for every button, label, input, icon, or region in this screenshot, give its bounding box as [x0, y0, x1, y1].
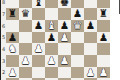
square-a4[interactable]: ♞	[6, 43, 19, 55]
square-c6[interactable]: ♟	[32, 20, 45, 32]
square-a3[interactable]	[6, 55, 19, 67]
black-pawn: ♟	[34, 20, 43, 32]
white-pawn: ♟	[21, 55, 30, 67]
black-king: ♚	[60, 0, 69, 8]
square-h6[interactable]	[97, 20, 110, 32]
square-b2[interactable]	[19, 67, 32, 79]
square-h2[interactable]: ♟	[97, 67, 110, 79]
square-c4[interactable]: ♟	[32, 43, 45, 55]
right-edge-line	[119, 0, 120, 14]
board-left-border	[0, 0, 1, 80]
white-knight: ♞	[8, 43, 17, 55]
chess-diagram-screenshot: 87654321 ♝♚♜♛♟♜♟♝♟♛♟♟♟♟♟♞♟♟♟♟♟♟♟	[0, 0, 120, 80]
white-pawn: ♟	[8, 67, 17, 79]
square-c2[interactable]	[32, 67, 45, 79]
square-d5[interactable]: ♟	[45, 32, 58, 44]
square-d6[interactable]: ♝	[45, 20, 58, 32]
square-d2[interactable]	[45, 67, 58, 79]
square-f2[interactable]	[71, 67, 84, 79]
square-g6[interactable]: ♟	[84, 20, 97, 32]
square-e1[interactable]	[58, 78, 71, 80]
black-pawn: ♟	[47, 32, 56, 44]
square-a7[interactable]: ♜	[6, 8, 19, 20]
square-h3[interactable]	[97, 55, 110, 67]
square-f4[interactable]	[71, 43, 84, 55]
square-h4[interactable]	[97, 43, 110, 55]
black-pawn: ♟	[60, 20, 69, 32]
square-g2[interactable]: ♟	[84, 67, 97, 79]
square-c8[interactable]: ♝	[32, 0, 45, 8]
square-a6[interactable]	[6, 20, 19, 32]
white-bishop: ♝	[47, 20, 56, 32]
square-f5[interactable]	[71, 32, 84, 44]
square-e8[interactable]: ♚	[58, 0, 71, 8]
black-pawn: ♟	[86, 20, 95, 32]
square-d8[interactable]	[45, 0, 58, 8]
square-b5[interactable]	[19, 32, 32, 44]
white-pawn: ♟	[47, 55, 56, 67]
square-h7[interactable]: ♜	[97, 8, 110, 20]
black-rook: ♜	[8, 8, 17, 20]
square-d1[interactable]	[45, 78, 58, 80]
white-queen: ♛	[73, 20, 82, 32]
square-c3[interactable]	[32, 55, 45, 67]
square-b7[interactable]: ♛	[19, 8, 32, 20]
square-e6[interactable]: ♟	[58, 20, 71, 32]
square-a2[interactable]: ♟	[6, 67, 19, 79]
black-bishop: ♝	[34, 0, 43, 8]
square-g5[interactable]	[84, 32, 97, 44]
black-pawn: ♟	[99, 32, 108, 44]
square-b1[interactable]	[19, 78, 32, 80]
black-rook: ♜	[99, 8, 108, 20]
chess-board: ♝♚♜♛♟♜♟♝♟♛♟♟♟♟♟♞♟♟♟♟♟♟♟	[6, 0, 110, 80]
square-g8[interactable]	[84, 0, 97, 8]
square-f1[interactable]	[71, 78, 84, 80]
white-pawn: ♟	[99, 67, 108, 79]
square-e2[interactable]	[58, 67, 71, 79]
square-g1[interactable]	[84, 78, 97, 80]
square-b3[interactable]: ♟	[19, 55, 32, 67]
square-f6[interactable]: ♛	[71, 20, 84, 32]
square-g4[interactable]	[84, 43, 97, 55]
square-c1[interactable]	[32, 78, 45, 80]
square-g3[interactable]	[84, 55, 97, 67]
square-b6[interactable]	[19, 20, 32, 32]
square-h1[interactable]	[97, 78, 110, 80]
white-pawn: ♟	[86, 67, 95, 79]
square-e5[interactable]: ♟	[58, 32, 71, 44]
square-d3[interactable]: ♟	[45, 55, 58, 67]
white-pawn: ♟	[60, 32, 69, 44]
square-f3[interactable]	[71, 55, 84, 67]
white-pawn: ♟	[34, 43, 43, 55]
square-h5[interactable]: ♟	[97, 32, 110, 44]
square-a1[interactable]	[6, 78, 19, 80]
white-pawn: ♟	[60, 55, 69, 67]
square-e3[interactable]: ♟	[58, 55, 71, 67]
black-queen: ♛	[21, 8, 30, 20]
